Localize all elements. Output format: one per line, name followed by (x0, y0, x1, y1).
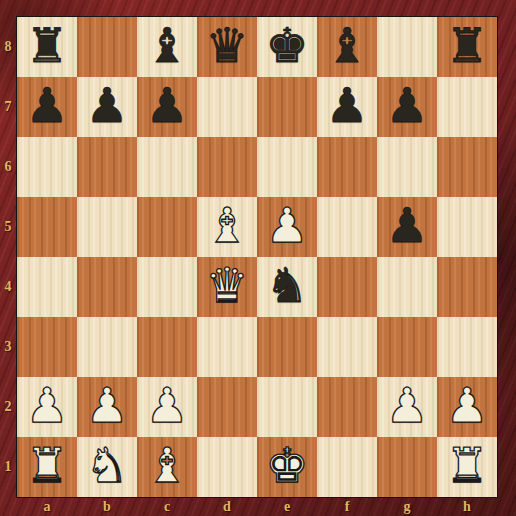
piece-black-pawn[interactable]: ♟ (325, 77, 368, 135)
square-a1[interactable]: ♜ (17, 437, 77, 497)
square-g5[interactable]: ♟ (377, 197, 437, 257)
square-g2[interactable]: ♟ (377, 377, 437, 437)
piece-white-pawn[interactable]: ♟ (25, 377, 68, 435)
square-b1[interactable]: ♞ (77, 437, 137, 497)
square-b7[interactable]: ♟ (77, 77, 137, 137)
square-d7[interactable] (197, 77, 257, 137)
piece-black-bishop[interactable]: ♝ (145, 17, 188, 75)
piece-white-queen[interactable]: ♛ (205, 257, 248, 315)
square-d6[interactable] (197, 137, 257, 197)
rank-label-4: 4 (0, 257, 16, 317)
piece-black-king[interactable]: ♚ (265, 17, 308, 75)
square-f4[interactable] (317, 257, 377, 317)
piece-black-bishop[interactable]: ♝ (325, 17, 368, 75)
piece-white-knight[interactable]: ♞ (85, 437, 128, 495)
piece-black-pawn[interactable]: ♟ (385, 197, 428, 255)
rank-label-8: 8 (0, 17, 16, 77)
square-f1[interactable] (317, 437, 377, 497)
square-d1[interactable] (197, 437, 257, 497)
piece-white-pawn[interactable]: ♟ (265, 197, 308, 255)
square-e5[interactable]: ♟ (257, 197, 317, 257)
piece-white-pawn[interactable]: ♟ (445, 377, 488, 435)
square-h6[interactable] (437, 137, 497, 197)
square-e2[interactable] (257, 377, 317, 437)
piece-white-rook[interactable]: ♜ (25, 437, 68, 495)
square-f2[interactable] (317, 377, 377, 437)
square-h3[interactable] (437, 317, 497, 377)
piece-white-bishop[interactable]: ♝ (205, 197, 248, 255)
square-h7[interactable] (437, 77, 497, 137)
square-a8[interactable]: ♜ (17, 17, 77, 77)
square-h4[interactable] (437, 257, 497, 317)
square-b4[interactable] (77, 257, 137, 317)
square-d4[interactable]: ♛ (197, 257, 257, 317)
square-b3[interactable] (77, 317, 137, 377)
square-c4[interactable] (137, 257, 197, 317)
square-g7[interactable]: ♟ (377, 77, 437, 137)
board: ♜♝♛♚♝♜♟♟♟♟♟♝♟♟♛♞♟♟♟♟♟♜♞♝♚♜ (16, 16, 498, 498)
square-e7[interactable] (257, 77, 317, 137)
square-b8[interactable] (77, 17, 137, 77)
square-f6[interactable] (317, 137, 377, 197)
file-label-h: h (437, 498, 497, 516)
file-label-d: d (197, 498, 257, 516)
square-a3[interactable] (17, 317, 77, 377)
square-c5[interactable] (137, 197, 197, 257)
file-label-a: a (17, 498, 77, 516)
piece-black-knight[interactable]: ♞ (265, 257, 308, 315)
square-e3[interactable] (257, 317, 317, 377)
piece-black-rook[interactable]: ♜ (445, 17, 488, 75)
rank-label-2: 2 (0, 377, 16, 437)
square-a4[interactable] (17, 257, 77, 317)
square-a2[interactable]: ♟ (17, 377, 77, 437)
piece-white-pawn[interactable]: ♟ (85, 377, 128, 435)
piece-white-bishop[interactable]: ♝ (145, 437, 188, 495)
square-h5[interactable] (437, 197, 497, 257)
square-c6[interactable] (137, 137, 197, 197)
square-d3[interactable] (197, 317, 257, 377)
square-d2[interactable] (197, 377, 257, 437)
file-labels: abcdefgh (17, 498, 497, 516)
file-label-g: g (377, 498, 437, 516)
square-g8[interactable] (377, 17, 437, 77)
rank-label-1: 1 (0, 437, 16, 497)
square-c7[interactable]: ♟ (137, 77, 197, 137)
square-b5[interactable] (77, 197, 137, 257)
piece-black-pawn[interactable]: ♟ (385, 77, 428, 135)
rank-labels: 87654321 (0, 17, 16, 497)
rank-label-3: 3 (0, 317, 16, 377)
square-h1[interactable]: ♜ (437, 437, 497, 497)
rank-label-5: 5 (0, 197, 16, 257)
rank-label-6: 6 (0, 137, 16, 197)
square-b6[interactable] (77, 137, 137, 197)
piece-black-queen[interactable]: ♛ (205, 17, 248, 75)
piece-white-pawn[interactable]: ♟ (145, 377, 188, 435)
file-label-c: c (137, 498, 197, 516)
piece-black-pawn[interactable]: ♟ (25, 77, 68, 135)
piece-white-pawn[interactable]: ♟ (385, 377, 428, 435)
square-e6[interactable] (257, 137, 317, 197)
square-h2[interactable]: ♟ (437, 377, 497, 437)
file-label-e: e (257, 498, 317, 516)
square-c3[interactable] (137, 317, 197, 377)
square-h8[interactable]: ♜ (437, 17, 497, 77)
piece-black-rook[interactable]: ♜ (25, 17, 68, 75)
square-c1[interactable]: ♝ (137, 437, 197, 497)
square-c8[interactable]: ♝ (137, 17, 197, 77)
square-g1[interactable] (377, 437, 437, 497)
rank-label-7: 7 (0, 77, 16, 137)
square-e1[interactable]: ♚ (257, 437, 317, 497)
square-f7[interactable]: ♟ (317, 77, 377, 137)
square-f3[interactable] (317, 317, 377, 377)
board-frame: 87654321 abcdefgh ♜♝♛♚♝♜♟♟♟♟♟♝♟♟♛♞♟♟♟♟♟♜… (0, 0, 516, 516)
piece-white-rook[interactable]: ♜ (445, 437, 488, 495)
square-g4[interactable] (377, 257, 437, 317)
square-f5[interactable] (317, 197, 377, 257)
piece-black-pawn[interactable]: ♟ (145, 77, 188, 135)
square-g3[interactable] (377, 317, 437, 377)
square-a7[interactable]: ♟ (17, 77, 77, 137)
square-f8[interactable]: ♝ (317, 17, 377, 77)
square-d8[interactable]: ♛ (197, 17, 257, 77)
piece-white-king[interactable]: ♚ (265, 437, 308, 495)
square-a6[interactable] (17, 137, 77, 197)
square-b2[interactable]: ♟ (77, 377, 137, 437)
file-label-f: f (317, 498, 377, 516)
square-e8[interactable]: ♚ (257, 17, 317, 77)
square-a5[interactable] (17, 197, 77, 257)
square-g6[interactable] (377, 137, 437, 197)
square-d5[interactable]: ♝ (197, 197, 257, 257)
piece-black-pawn[interactable]: ♟ (85, 77, 128, 135)
square-e4[interactable]: ♞ (257, 257, 317, 317)
square-c2[interactable]: ♟ (137, 377, 197, 437)
file-label-b: b (77, 498, 137, 516)
